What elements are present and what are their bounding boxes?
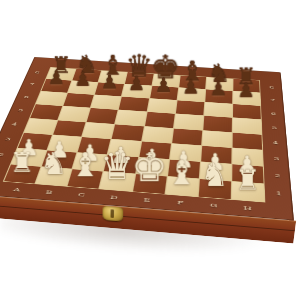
square-b6: [63, 93, 94, 107]
square-c4: [83, 122, 115, 138]
square-f4: [172, 128, 202, 145]
box-right-side: [279, 72, 294, 243]
rank-label-1-left: 1: [0, 168, 1, 174]
square-a6: [36, 91, 67, 105]
file-label-h: H: [231, 204, 265, 212]
rank-label-8-left: 8: [31, 70, 43, 74]
square-g4: [202, 130, 232, 147]
square-h1: [232, 182, 265, 202]
square-b5: [59, 106, 91, 121]
file-label-c: C: [64, 191, 98, 199]
rank-label-2-right: 2: [271, 173, 285, 179]
product-photo-chess-set: { "game": "chess", "scene": "wooden fold…: [0, 0, 300, 300]
square-d5: [116, 110, 146, 126]
square-c6: [91, 95, 121, 110]
square-h5: [233, 118, 262, 134]
square-a8: [46, 67, 75, 80]
rank-label-1-right: 1: [272, 191, 286, 197]
square-f5: [174, 114, 203, 130]
rank-label-6-right: 6: [267, 111, 279, 116]
square-g6: [204, 102, 232, 117]
rank-label-6-left: 6: [20, 95, 33, 99]
square-f7: [177, 88, 205, 102]
square-d4: [112, 124, 143, 140]
square-c3: [78, 137, 111, 154]
square-h6: [233, 104, 261, 119]
square-e3: [139, 141, 171, 159]
file-label-g: G: [197, 202, 231, 210]
square-e6: [147, 99, 176, 114]
rank-label-5-left: 5: [14, 108, 27, 113]
square-e8: [152, 74, 179, 87]
square-a1: [4, 164, 41, 183]
square-d6: [119, 97, 149, 112]
chess-board-box: ABCDEFGH8877665544332211♜♞♝♛♚♝♞♜♟♟♟♟♟♟♟♟…: [0, 57, 294, 221]
photo-scene: ABCDEFGH8877665544332211♜♞♝♛♚♝♞♜♟♟♟♟♟♟♟♟…: [0, 0, 300, 300]
square-g2: [200, 162, 232, 181]
square-h2: [232, 164, 264, 183]
square-f1: [165, 177, 198, 197]
square-c1: [68, 169, 103, 189]
square-a4: [24, 118, 57, 134]
rank-label-3-left: 3: [1, 136, 15, 141]
square-b2: [42, 150, 77, 168]
square-g8: [206, 77, 233, 91]
square-b8: [72, 69, 101, 82]
file-label-e: E: [130, 196, 164, 204]
square-a5: [30, 104, 62, 119]
file-label-a: A: [0, 186, 34, 194]
square-e5: [145, 112, 175, 128]
square-a3: [18, 133, 52, 150]
rank-label-7-left: 7: [26, 82, 38, 86]
square-b7: [68, 81, 98, 95]
file-label-f: F: [163, 199, 197, 207]
square-g1: [198, 179, 231, 199]
square-e4: [142, 126, 173, 143]
square-b1: [36, 167, 72, 186]
square-e1: [132, 174, 166, 194]
rank-label-7-right: 7: [267, 98, 279, 102]
square-h4: [232, 133, 262, 150]
square-d7: [122, 84, 151, 98]
square-g3: [201, 146, 232, 164]
rank-label-5-right: 5: [268, 125, 280, 130]
square-c2: [73, 153, 107, 171]
square-d2: [104, 155, 137, 173]
brass-clasp-icon: [103, 206, 124, 222]
square-f2: [168, 159, 200, 178]
rank-label-3-right: 3: [270, 156, 283, 161]
square-a7: [41, 79, 71, 93]
square-f6: [175, 101, 204, 116]
file-label-d: D: [97, 194, 131, 202]
square-c7: [95, 83, 124, 97]
square-d1: [100, 172, 135, 192]
square-c8: [99, 71, 127, 84]
rank-label-2-left: 2: [0, 152, 8, 157]
square-b3: [48, 135, 82, 152]
square-c5: [87, 108, 118, 123]
square-f3: [170, 143, 201, 161]
square-e7: [150, 86, 178, 100]
file-label-b: B: [32, 189, 66, 197]
square-g7: [205, 89, 232, 103]
board-grid: [4, 67, 264, 201]
square-e2: [136, 157, 169, 176]
rank-label-4-left: 4: [8, 122, 21, 127]
rank-label-8-right: 8: [266, 85, 277, 89]
square-f8: [179, 76, 206, 89]
square-b4: [53, 120, 86, 136]
square-h3: [232, 148, 263, 166]
square-h7: [233, 91, 260, 105]
square-d8: [125, 72, 153, 85]
rank-label-4-right: 4: [269, 140, 282, 145]
square-d3: [108, 139, 140, 156]
square-a2: [11, 148, 46, 166]
square-h8: [233, 79, 260, 93]
square-g5: [203, 116, 232, 132]
